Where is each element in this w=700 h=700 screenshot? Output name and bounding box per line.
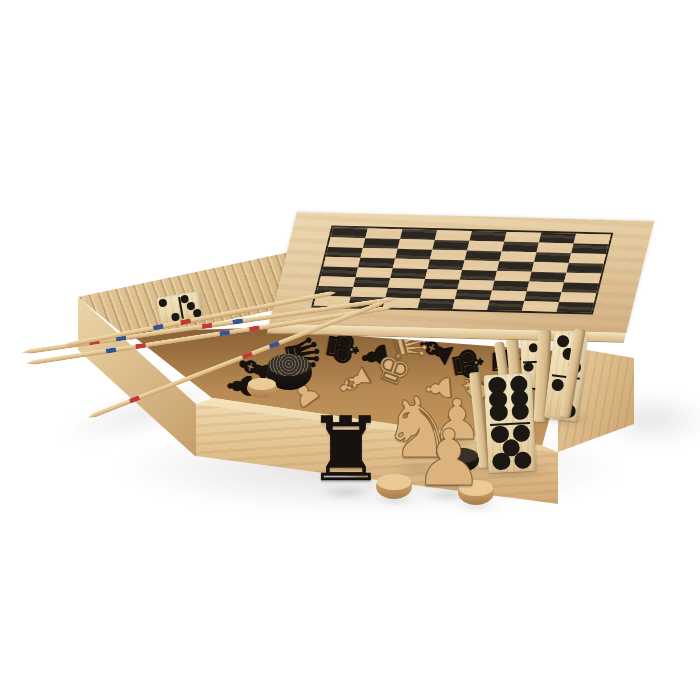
board-square — [418, 298, 455, 309]
domino-pip — [513, 452, 531, 470]
board-square — [487, 300, 524, 311]
domino-pip — [492, 453, 510, 471]
domino-pip — [192, 308, 201, 317]
disc-top-face — [268, 354, 310, 376]
lid-top-face — [269, 212, 654, 333]
board-square — [522, 301, 559, 312]
board-square — [452, 299, 489, 310]
chess-piece-pawn: ♟ — [410, 419, 488, 497]
game-box-scene: ♝♟♛♚♟♝♚♞♟♛♟♝♚♟♞ ♜♞♟♟ — [0, 0, 700, 700]
domino-half — [486, 422, 536, 473]
stick-red-band — [135, 343, 146, 349]
board-square — [557, 302, 594, 313]
domino-pip — [171, 312, 180, 321]
domino-pip — [490, 404, 508, 422]
chessboard-grid — [311, 226, 613, 315]
domino-pip — [524, 362, 534, 372]
domino-pip — [556, 334, 570, 348]
domino-pip — [158, 298, 167, 307]
domino-half — [483, 373, 533, 424]
chessboard-lid — [267, 212, 654, 342]
stick-blue-band — [232, 318, 243, 324]
draughts-disc-natural — [247, 378, 277, 398]
domino-pip — [511, 403, 529, 421]
disc-top-face — [248, 378, 276, 390]
domino-tile — [483, 373, 536, 473]
domino-pip — [551, 378, 565, 392]
